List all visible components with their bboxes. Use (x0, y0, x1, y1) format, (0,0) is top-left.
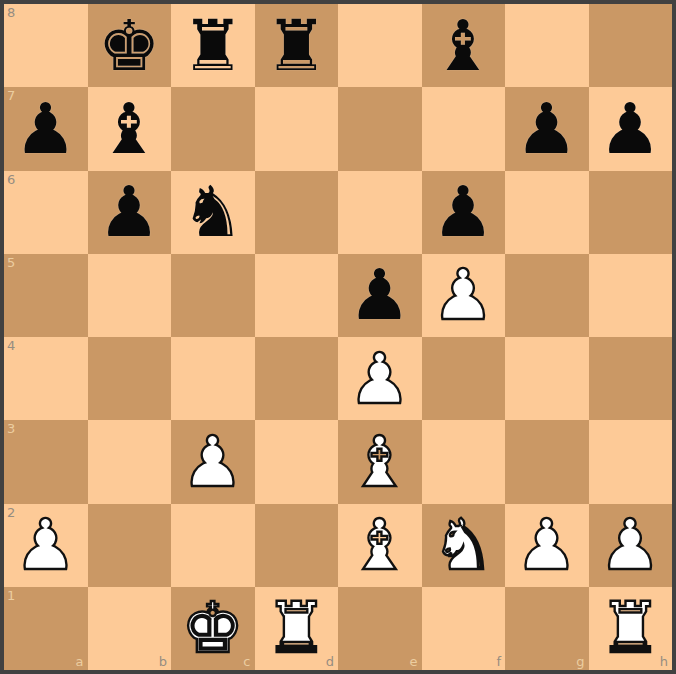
piece-black-king-icon[interactable]: ♚ (98, 11, 161, 81)
square-c3[interactable]: ♟ (171, 420, 255, 503)
file-label-e: e (410, 655, 418, 668)
square-e8[interactable] (338, 4, 422, 87)
file-label-a: a (76, 655, 84, 668)
square-g5[interactable] (505, 254, 589, 337)
square-f8[interactable]: ♝ (422, 4, 506, 87)
square-e1[interactable]: e (338, 587, 422, 670)
piece-white-pawn-icon[interactable]: ♟ (14, 510, 77, 580)
square-c2[interactable] (171, 504, 255, 587)
square-h5[interactable] (589, 254, 673, 337)
square-g2[interactable]: ♟ (505, 504, 589, 587)
square-c1[interactable]: c♚ (171, 587, 255, 670)
piece-black-pawn-icon[interactable]: ♟ (515, 94, 578, 164)
square-b8[interactable]: ♚ (88, 4, 172, 87)
rank-label-6: 6 (7, 173, 15, 186)
square-e4[interactable]: ♟ (338, 337, 422, 420)
square-d5[interactable] (255, 254, 339, 337)
square-d8[interactable]: ♜ (255, 4, 339, 87)
square-e7[interactable] (338, 87, 422, 170)
square-d7[interactable] (255, 87, 339, 170)
square-f6[interactable]: ♟ (422, 171, 506, 254)
square-g6[interactable] (505, 171, 589, 254)
piece-white-bishop-icon[interactable]: ♝ (348, 510, 411, 580)
square-b1[interactable]: b (88, 587, 172, 670)
piece-white-pawn-icon[interactable]: ♟ (432, 260, 495, 330)
piece-white-king-icon[interactable]: ♚ (181, 593, 244, 663)
square-d2[interactable] (255, 504, 339, 587)
piece-black-pawn-icon[interactable]: ♟ (432, 177, 495, 247)
piece-white-pawn-icon[interactable]: ♟ (515, 510, 578, 580)
square-e5[interactable]: ♟ (338, 254, 422, 337)
piece-white-pawn-icon[interactable]: ♟ (181, 427, 244, 497)
square-g1[interactable]: g (505, 587, 589, 670)
piece-white-rook-icon[interactable]: ♜ (599, 593, 662, 663)
square-d4[interactable] (255, 337, 339, 420)
square-a3[interactable]: 3 (4, 420, 88, 503)
square-f1[interactable]: f (422, 587, 506, 670)
square-a5[interactable]: 5 (4, 254, 88, 337)
square-a4[interactable]: 4 (4, 337, 88, 420)
square-a6[interactable]: 6 (4, 171, 88, 254)
rank-label-3: 3 (7, 422, 15, 435)
square-g8[interactable] (505, 4, 589, 87)
piece-black-pawn-icon[interactable]: ♟ (14, 94, 77, 164)
square-f3[interactable] (422, 420, 506, 503)
square-c8[interactable]: ♜ (171, 4, 255, 87)
square-d3[interactable] (255, 420, 339, 503)
square-c5[interactable] (171, 254, 255, 337)
square-a2[interactable]: 2♟ (4, 504, 88, 587)
square-h4[interactable] (589, 337, 673, 420)
file-label-c: c (243, 655, 250, 668)
piece-white-bishop-icon[interactable]: ♝ (348, 427, 411, 497)
chess-board: 8♚♜♜♝7♟♝♟♟6♟♞♟5♟♟4♟3♟♝2♟♝♞♟♟1abc♚d♜efgh♜ (4, 4, 672, 670)
square-b4[interactable] (88, 337, 172, 420)
square-h1[interactable]: h♜ (589, 587, 673, 670)
square-b7[interactable]: ♝ (88, 87, 172, 170)
square-h3[interactable] (589, 420, 673, 503)
rank-label-5: 5 (7, 256, 15, 269)
square-a7[interactable]: 7♟ (4, 87, 88, 170)
square-d6[interactable] (255, 171, 339, 254)
piece-white-rook-icon[interactable]: ♜ (265, 593, 328, 663)
rank-label-1: 1 (7, 589, 15, 602)
square-c6[interactable]: ♞ (171, 171, 255, 254)
square-h7[interactable]: ♟ (589, 87, 673, 170)
square-f4[interactable] (422, 337, 506, 420)
square-h2[interactable]: ♟ (589, 504, 673, 587)
square-f7[interactable] (422, 87, 506, 170)
piece-white-pawn-icon[interactable]: ♟ (348, 344, 411, 414)
square-g7[interactable]: ♟ (505, 87, 589, 170)
square-e3[interactable]: ♝ (338, 420, 422, 503)
piece-black-pawn-icon[interactable]: ♟ (348, 260, 411, 330)
file-label-g: g (576, 655, 584, 668)
square-h8[interactable] (589, 4, 673, 87)
piece-white-pawn-icon[interactable]: ♟ (599, 510, 662, 580)
square-a8[interactable]: 8 (4, 4, 88, 87)
chess-board-frame: 8♚♜♜♝7♟♝♟♟6♟♞♟5♟♟4♟3♟♝2♟♝♞♟♟1abc♚d♜efgh♜ (0, 0, 676, 674)
square-e6[interactable] (338, 171, 422, 254)
piece-black-rook-icon[interactable]: ♜ (181, 11, 244, 81)
square-c7[interactable] (171, 87, 255, 170)
square-b6[interactable]: ♟ (88, 171, 172, 254)
square-e2[interactable]: ♝ (338, 504, 422, 587)
square-h6[interactable] (589, 171, 673, 254)
file-label-b: b (159, 655, 167, 668)
file-label-f: f (496, 655, 501, 668)
piece-black-pawn-icon[interactable]: ♟ (98, 177, 161, 247)
piece-white-knight-icon[interactable]: ♞ (432, 510, 495, 580)
square-f5[interactable]: ♟ (422, 254, 506, 337)
piece-black-bishop-icon[interactable]: ♝ (432, 11, 495, 81)
square-a1[interactable]: 1a (4, 587, 88, 670)
piece-black-bishop-icon[interactable]: ♝ (98, 94, 161, 164)
square-f2[interactable]: ♞ (422, 504, 506, 587)
square-c4[interactable] (171, 337, 255, 420)
square-g4[interactable] (505, 337, 589, 420)
piece-black-knight-icon[interactable]: ♞ (181, 177, 244, 247)
rank-label-8: 8 (7, 6, 15, 19)
square-b5[interactable] (88, 254, 172, 337)
rank-label-4: 4 (7, 339, 15, 352)
piece-black-pawn-icon[interactable]: ♟ (599, 94, 662, 164)
square-d1[interactable]: d♜ (255, 587, 339, 670)
square-b3[interactable] (88, 420, 172, 503)
piece-black-rook-icon[interactable]: ♜ (265, 11, 328, 81)
square-g3[interactable] (505, 420, 589, 503)
square-b2[interactable] (88, 504, 172, 587)
